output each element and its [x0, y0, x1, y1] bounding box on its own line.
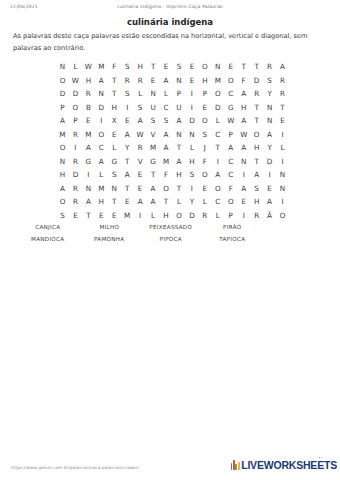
- grid-cell: L: [108, 141, 121, 155]
- grid-cell: P: [56, 101, 69, 115]
- grid-cell: A: [173, 155, 186, 169]
- grid-cell: L: [276, 141, 289, 155]
- grid-cell: E: [108, 128, 121, 142]
- grid-cell: P: [224, 209, 237, 223]
- grid-cell: T: [108, 74, 121, 88]
- grid-cell: N: [211, 60, 224, 74]
- grid-cell: O: [224, 74, 237, 88]
- grid-cell: T: [173, 182, 186, 196]
- grid-cell: A: [95, 155, 108, 169]
- grid-cell: Ã: [263, 209, 276, 223]
- grid-cell: A: [56, 114, 69, 128]
- grid-cell: E: [276, 114, 289, 128]
- grid-cell: A: [147, 182, 160, 196]
- grid-cell: R: [134, 74, 147, 88]
- grid-cell: L: [211, 114, 224, 128]
- grid-cell: D: [263, 155, 276, 169]
- grid-cell: H: [250, 141, 263, 155]
- grid-cell: S: [198, 128, 211, 142]
- grid-cell: D: [211, 101, 224, 115]
- grid-cell: H: [237, 101, 250, 115]
- grid-cell: D: [185, 209, 198, 223]
- grid-cell: R: [250, 209, 263, 223]
- grid-cell: H: [198, 74, 211, 88]
- grid-cell: L: [134, 87, 147, 101]
- grid-cell: T: [160, 195, 173, 209]
- grid-cell: F: [224, 182, 237, 196]
- grid-cell: P: [224, 128, 237, 142]
- grid-cell: M: [95, 182, 108, 196]
- grid-cell: O: [224, 195, 237, 209]
- grid-cell: E: [224, 60, 237, 74]
- grid-cell: L: [198, 195, 211, 209]
- grid-cell: N: [173, 128, 186, 142]
- grid-cell: E: [95, 209, 108, 223]
- grid-cell: T: [237, 60, 250, 74]
- grid-cell: S: [121, 60, 134, 74]
- grid-cell: A: [173, 114, 186, 128]
- grid-cell: A: [134, 114, 147, 128]
- grid-cell: A: [95, 74, 108, 88]
- grid-cell: I: [237, 168, 250, 182]
- grid-cell: C: [160, 101, 173, 115]
- grid-cell: W: [82, 60, 95, 74]
- grid-cell: H: [160, 209, 173, 223]
- grid-cell: V: [134, 155, 147, 169]
- grid-cell: T: [147, 168, 160, 182]
- grid-cell: E: [147, 74, 160, 88]
- word-list: CANJICAMILHOPEIXEASSADOPIRÃOMANDIOCAPAMO…: [17, 223, 263, 244]
- grid-cell: A: [211, 168, 224, 182]
- grid-cell: A: [121, 128, 134, 142]
- grid-cell: L: [160, 87, 173, 101]
- grid-cell: R: [82, 87, 95, 101]
- grid-cell: I: [69, 141, 82, 155]
- grid-cell: T: [250, 101, 263, 115]
- grid-cell: T: [250, 60, 263, 74]
- grid-cell: I: [185, 101, 198, 115]
- grid-cell: E: [263, 182, 276, 196]
- grid-cell: D: [185, 114, 198, 128]
- grid-cell: E: [82, 114, 95, 128]
- grid-cell: E: [198, 101, 211, 115]
- grid-cell: M: [211, 74, 224, 88]
- grid-cell: X: [108, 114, 121, 128]
- grid-cell: R: [134, 141, 147, 155]
- grid-cell: I: [95, 114, 108, 128]
- grid-cell: R: [198, 209, 211, 223]
- grid-cell: R: [250, 87, 263, 101]
- grid-cell: R: [121, 74, 134, 88]
- grid-cell: U: [147, 101, 160, 115]
- grid-cell: C: [211, 128, 224, 142]
- grid-cell: L: [185, 141, 198, 155]
- grid-cell: E: [198, 182, 211, 196]
- grid-cell: T: [108, 87, 121, 101]
- grid-cell: S: [134, 101, 147, 115]
- grid-cell: H: [173, 168, 186, 182]
- grid-cell: O: [198, 168, 211, 182]
- grid-cell: E: [108, 209, 121, 223]
- grid-cell: Y: [263, 87, 276, 101]
- grid-cell: O: [56, 195, 69, 209]
- grid-cell: T: [250, 114, 263, 128]
- grid-cell: H: [185, 155, 198, 169]
- grid-cell: O: [95, 128, 108, 142]
- grid-cell: N: [263, 114, 276, 128]
- grid-cell: D: [69, 168, 82, 182]
- grid-cell: M: [160, 155, 173, 169]
- grid-cell: R: [276, 74, 289, 88]
- grid-cell: S: [173, 60, 186, 74]
- grid-cell: Y: [121, 141, 134, 155]
- word-list-item: CANJICA: [17, 223, 79, 232]
- grid-cell: A: [56, 182, 69, 196]
- grid-cell: M: [147, 141, 160, 155]
- grid-cell: C: [224, 155, 237, 169]
- grid-cell: A: [224, 141, 237, 155]
- grid-cell: I: [211, 155, 224, 169]
- grid-cell: N: [185, 128, 198, 142]
- grid-cell: F: [160, 168, 173, 182]
- grid-cell: N: [276, 168, 289, 182]
- grid-cell: G: [82, 155, 95, 169]
- grid-cell: I: [185, 87, 198, 101]
- grid-cell: H: [56, 168, 69, 182]
- grid-cell: Y: [263, 141, 276, 155]
- grid-cell: O: [56, 141, 69, 155]
- grid-cell: J: [198, 141, 211, 155]
- grid-cell: V: [147, 128, 160, 142]
- grid-cell: R: [276, 87, 289, 101]
- footer-url: https://www.geniol.com.br/palavras/caca-…: [11, 465, 139, 470]
- grid-cell: T: [82, 209, 95, 223]
- word-list-item: MILHO: [79, 223, 141, 232]
- grid-cell: D: [250, 74, 263, 88]
- grid-cell: I: [134, 209, 147, 223]
- grid-cell: G: [147, 155, 160, 169]
- grid-cell: A: [160, 74, 173, 88]
- word-list-item: MANDIOCA: [17, 235, 79, 244]
- word-search-grid: NLWMFSHTESEONETTRAOWHATRREANEHMOFDSRDDRN…: [56, 60, 289, 222]
- grid-cell: O: [69, 101, 82, 115]
- grid-cell: S: [147, 114, 160, 128]
- grid-cell: O: [198, 114, 211, 128]
- grid-cell: A: [160, 141, 173, 155]
- grid-cell: A: [263, 128, 276, 142]
- grid-cell: N: [276, 182, 289, 196]
- grid-cell: O: [211, 87, 224, 101]
- grid-cell: N: [263, 101, 276, 115]
- grid-cell: S: [160, 114, 173, 128]
- grid-cell: E: [121, 195, 134, 209]
- grid-cell: Y: [185, 195, 198, 209]
- word-list-item: PEIXEASSADO: [140, 223, 202, 232]
- instructions-text: As palavras deste caça palavras estão es…: [13, 31, 327, 54]
- grid-cell: A: [82, 141, 95, 155]
- grid-cell: A: [276, 60, 289, 74]
- grid-cell: H: [250, 195, 263, 209]
- grid-cell: A: [250, 168, 263, 182]
- grid-cell: T: [121, 182, 134, 196]
- grid-cell: R: [69, 195, 82, 209]
- grid-cell: C: [224, 87, 237, 101]
- grid-cell: S: [263, 74, 276, 88]
- grid-cell: A: [237, 182, 250, 196]
- grid-cell: M: [56, 128, 69, 142]
- grid-cell: I: [82, 168, 95, 182]
- grid-cell: P: [198, 87, 211, 101]
- grid-cell: N: [237, 155, 250, 169]
- grid-cell: I: [276, 155, 289, 169]
- grid-cell: A: [147, 195, 160, 209]
- grid-cell: F: [237, 74, 250, 88]
- grid-cell: O: [198, 60, 211, 74]
- grid-cell: U: [173, 101, 186, 115]
- grid-cell: E: [185, 74, 198, 88]
- grid-cell: T: [250, 155, 263, 169]
- word-list-item: TAPIOCA: [202, 235, 264, 244]
- grid-cell: P: [69, 114, 82, 128]
- grid-cell: C: [211, 195, 224, 209]
- word-list-item: PIPOCA: [140, 235, 202, 244]
- grid-cell: W: [224, 114, 237, 128]
- grid-cell: H: [82, 74, 95, 88]
- print-page: 22/06/2021 culinária indígena - Imprimir…: [0, 0, 340, 480]
- grid-cell: G: [108, 155, 121, 169]
- grid-cell: L: [95, 168, 108, 182]
- grid-cell: L: [211, 209, 224, 223]
- grid-cell: O: [56, 74, 69, 88]
- grid-cell: N: [147, 87, 160, 101]
- grid-cell: E: [69, 209, 82, 223]
- grid-cell: I: [276, 128, 289, 142]
- grid-cell: L: [147, 209, 160, 223]
- grid-cell: H: [108, 101, 121, 115]
- grid-cell: I: [263, 168, 276, 182]
- grid-cell: H: [95, 195, 108, 209]
- grid-cell: N: [82, 182, 95, 196]
- grid-cell: D: [69, 87, 82, 101]
- grid-cell: A: [134, 195, 147, 209]
- grid-cell: O: [160, 182, 173, 196]
- grid-cell: I: [276, 195, 289, 209]
- grid-cell: A: [160, 128, 173, 142]
- word-list-item: PAMONHA: [79, 235, 141, 244]
- grid-cell: T: [173, 141, 186, 155]
- grid-cell: O: [250, 128, 263, 142]
- grid-cell: S: [185, 168, 198, 182]
- grid-cell: C: [224, 168, 237, 182]
- grid-cell: N: [95, 87, 108, 101]
- word-list-item: PIRÃO: [202, 223, 264, 232]
- grid-cell: E: [237, 195, 250, 209]
- grid-cell: E: [121, 114, 134, 128]
- grid-cell: G: [224, 101, 237, 115]
- grid-cell: M: [121, 209, 134, 223]
- bar-chart-icon: [231, 460, 240, 470]
- print-doc-title: culinária indígena - Imprimir Caça Palav…: [0, 4, 340, 9]
- grid-cell: T: [108, 195, 121, 209]
- grid-cell: D: [56, 87, 69, 101]
- grid-cell: R: [69, 155, 82, 169]
- grid-cell: N: [56, 155, 69, 169]
- grid-cell: E: [160, 60, 173, 74]
- grid-cell: T: [276, 101, 289, 115]
- page-title: culinária indígena: [0, 17, 340, 27]
- grid-cell: R: [69, 128, 82, 142]
- grid-cell: W: [69, 74, 82, 88]
- grid-cell: A: [237, 114, 250, 128]
- grid-cell: B: [82, 101, 95, 115]
- grid-cell: S: [121, 87, 134, 101]
- grid-cell: S: [56, 209, 69, 223]
- grid-cell: W: [134, 128, 147, 142]
- grid-cell: E: [185, 60, 198, 74]
- grid-cell: C: [95, 141, 108, 155]
- grid-cell: E: [134, 168, 147, 182]
- logo-wordmark: LIVEWORKSHEETS: [241, 459, 337, 471]
- grid-cell: N: [173, 74, 186, 88]
- grid-cell: S: [250, 182, 263, 196]
- grid-cell: P: [173, 87, 186, 101]
- grid-cell: M: [82, 128, 95, 142]
- grid-cell: N: [108, 182, 121, 196]
- grid-cell: I: [121, 101, 134, 115]
- grid-cell: H: [134, 60, 147, 74]
- grid-cell: O: [276, 209, 289, 223]
- liveworksheets-logo: LIVEWORKSHEETS: [231, 459, 337, 471]
- grid-cell: R: [263, 60, 276, 74]
- grid-cell: D: [95, 101, 108, 115]
- grid-cell: F: [108, 60, 121, 74]
- grid-cell: O: [173, 209, 186, 223]
- grid-cell: T: [147, 60, 160, 74]
- grid-cell: S: [108, 168, 121, 182]
- grid-cell: T: [121, 155, 134, 169]
- grid-cell: A: [263, 195, 276, 209]
- grid-cell: A: [237, 87, 250, 101]
- grid-cell: T: [211, 141, 224, 155]
- grid-cell: A: [121, 168, 134, 182]
- grid-cell: L: [69, 60, 82, 74]
- grid-cell: F: [198, 155, 211, 169]
- grid-cell: W: [237, 128, 250, 142]
- grid-cell: L: [173, 195, 186, 209]
- grid-cell: O: [211, 182, 224, 196]
- grid-cell: I: [237, 209, 250, 223]
- grid-cell: A: [237, 141, 250, 155]
- grid-cell: E: [134, 182, 147, 196]
- grid-cell: R: [69, 182, 82, 196]
- grid-cell: M: [95, 60, 108, 74]
- grid-cell: A: [82, 195, 95, 209]
- grid-cell: N: [56, 60, 69, 74]
- grid-cell: I: [185, 182, 198, 196]
